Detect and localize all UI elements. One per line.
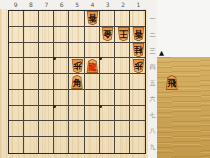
square-7g[interactable] (39, 106, 54, 122)
square-6c[interactable] (54, 43, 69, 59)
square-3a[interactable] (100, 11, 115, 27)
piece-kanji: 角 (73, 79, 82, 88)
square-3i[interactable] (100, 137, 115, 153)
square-6e[interactable] (54, 74, 69, 90)
square-1a[interactable] (130, 11, 145, 27)
piece-face: 歩 (133, 60, 144, 73)
piece-face: 龍 (87, 60, 98, 73)
square-9c[interactable] (9, 43, 24, 59)
square-9e[interactable] (9, 74, 24, 90)
square-8h[interactable] (24, 121, 39, 137)
file-label-6: 6 (54, 1, 69, 8)
square-6f[interactable] (54, 90, 69, 106)
square-5h[interactable] (69, 121, 84, 137)
square-1f[interactable] (130, 90, 145, 106)
square-7d[interactable] (39, 58, 54, 74)
square-8g[interactable] (24, 106, 39, 122)
square-1g[interactable] (130, 106, 145, 122)
piece-kanji: 香 (88, 13, 97, 22)
piece-kanji: 香 (134, 29, 143, 38)
rank-label-4: 四 (148, 63, 157, 70)
square-7a[interactable] (39, 11, 54, 27)
square-7b[interactable] (39, 27, 54, 43)
rank-label-7: 七 (148, 111, 157, 118)
square-1h[interactable] (130, 121, 145, 137)
piece-face: 飛 (166, 76, 178, 89)
square-8b[interactable] (24, 27, 39, 43)
rank-label-6: 六 (148, 95, 157, 102)
square-2h[interactable] (115, 121, 130, 137)
square-8e[interactable] (24, 74, 39, 90)
file-label-7: 7 (39, 1, 54, 8)
square-2c[interactable] (115, 43, 130, 59)
square-3d[interactable] (100, 58, 115, 74)
square-6b[interactable] (54, 27, 69, 43)
square-4g[interactable] (85, 106, 100, 122)
piece-kanji: 龍 (88, 63, 97, 72)
square-6i[interactable] (54, 137, 69, 153)
piece-kanji: 金 (103, 29, 112, 38)
square-7f[interactable] (39, 90, 54, 106)
square-9f[interactable] (9, 90, 24, 106)
square-9d[interactable] (9, 58, 24, 74)
square-9a[interactable] (9, 11, 24, 27)
piece-kanji: 歩 (134, 61, 143, 70)
square-6d[interactable] (54, 58, 69, 74)
side-panel: ▲ 飛 (157, 0, 210, 158)
square-8c[interactable] (24, 43, 39, 59)
rank-label-8: 八 (148, 127, 157, 134)
hoshi-dot (99, 105, 102, 108)
file-label-1: 1 (131, 1, 146, 8)
square-2f[interactable] (115, 90, 130, 106)
square-2e[interactable] (115, 74, 130, 90)
piece-face: 角 (72, 76, 83, 89)
square-6a[interactable] (54, 11, 69, 27)
piece-sente-rook-in-hand[interactable]: 飛 (165, 75, 179, 90)
square-1i[interactable] (130, 137, 145, 153)
square-3c[interactable] (100, 43, 115, 59)
piece-face: 香 (133, 28, 144, 41)
piece-kanji: 桂 (134, 45, 143, 54)
square-3f[interactable] (100, 90, 115, 106)
square-7c[interactable] (39, 43, 54, 59)
rank-label-5: 五 (148, 79, 157, 86)
square-4b[interactable] (85, 27, 100, 43)
square-2d[interactable] (115, 58, 130, 74)
square-8i[interactable] (24, 137, 39, 153)
rank-label-2: 二 (148, 31, 157, 38)
square-8f[interactable] (24, 90, 39, 106)
hoshi-dot (99, 57, 102, 60)
sente-to-move-marker: ▲ (159, 49, 164, 57)
hoshi-dot (53, 57, 56, 60)
square-5f[interactable] (69, 90, 84, 106)
square-4e[interactable] (85, 74, 100, 90)
square-2g[interactable] (115, 106, 130, 122)
square-1e[interactable] (130, 74, 145, 90)
hoshi-dot (53, 105, 56, 108)
piece-face: 王 (118, 28, 129, 41)
square-6h[interactable] (54, 121, 69, 137)
file-label-3: 3 (100, 1, 115, 8)
square-4f[interactable] (85, 90, 100, 106)
square-4c[interactable] (85, 43, 100, 59)
square-9g[interactable] (9, 106, 24, 122)
file-label-5: 5 (70, 1, 85, 8)
file-label-8: 8 (24, 1, 39, 8)
square-3h[interactable] (100, 121, 115, 137)
square-5i[interactable] (69, 137, 84, 153)
file-label-4: 4 (85, 1, 100, 8)
piece-face: 歩 (72, 60, 83, 73)
square-8a[interactable] (24, 11, 39, 27)
piece-kanji: 王 (119, 29, 128, 38)
komadai-sente: ▲ 飛 (157, 57, 210, 158)
square-5a[interactable] (69, 11, 84, 27)
square-8d[interactable] (24, 58, 39, 74)
file-label-2: 2 (116, 1, 131, 8)
piece-face: 金 (102, 28, 113, 41)
square-7h[interactable] (39, 121, 54, 137)
square-2a[interactable] (115, 11, 130, 27)
square-6g[interactable] (54, 106, 69, 122)
square-4i[interactable] (85, 137, 100, 153)
square-3e[interactable] (100, 74, 115, 90)
piece-face: 香 (87, 12, 98, 25)
square-5c[interactable] (69, 43, 84, 59)
square-9h[interactable] (9, 121, 24, 137)
piece-kanji: 飛 (167, 79, 176, 88)
piece-kanji: 歩 (73, 61, 82, 70)
square-7e[interactable] (39, 74, 54, 90)
square-3g[interactable] (100, 106, 115, 122)
square-9b[interactable] (9, 27, 24, 43)
rank-label-3: 三 (148, 47, 157, 54)
square-7i[interactable] (39, 137, 54, 153)
square-5g[interactable] (69, 106, 84, 122)
piece-face: 桂 (133, 44, 144, 57)
file-label-9: 9 (8, 1, 23, 8)
rank-label-1: 一 (148, 15, 157, 22)
square-5b[interactable] (69, 27, 84, 43)
rank-label-9: 九 (148, 143, 157, 150)
square-4h[interactable] (85, 121, 100, 137)
square-2i[interactable] (115, 137, 130, 153)
square-9i[interactable] (9, 137, 24, 153)
